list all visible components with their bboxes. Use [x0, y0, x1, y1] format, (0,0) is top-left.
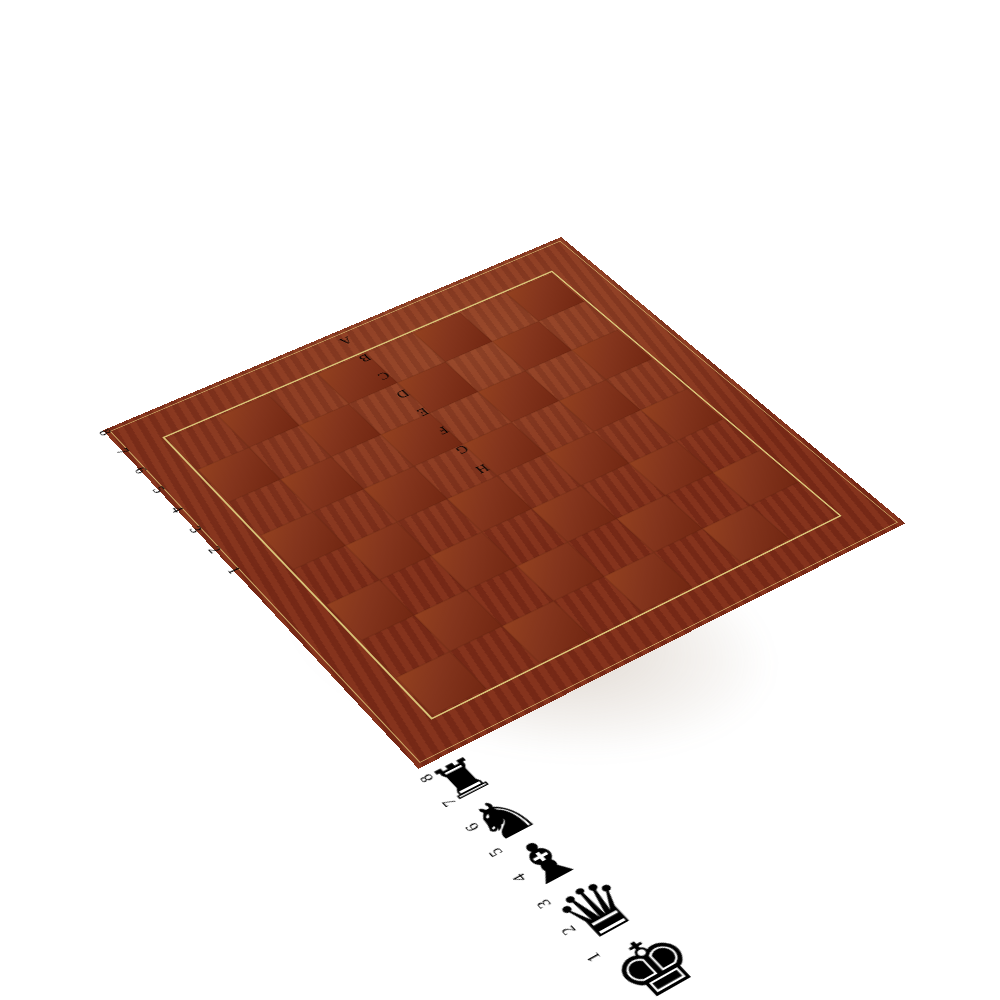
piece-shadow: [865, 919, 1000, 1000]
chess-board-surface: AABBCCDDEEFFGGHH8877665544332211 ♜♞♝♛♚♝♞…: [103, 237, 905, 769]
piece-shadow: [951, 994, 1000, 1000]
piece-shadow: [691, 766, 1000, 1000]
piece-shadow: [823, 882, 1000, 1000]
piece-shadow: [739, 808, 1000, 1000]
chess-box-scene: AABBCCDDEEFFGGHH8877665544332211 ♜♞♝♛♚♝♞…: [209, 188, 785, 764]
chess-box: AABBCCDDEEFFGGHH8877665544332211 ♜♞♝♛♚♝♞…: [103, 237, 905, 769]
piece-shadow: [783, 847, 1000, 1000]
piece-shadow: [907, 956, 1000, 1000]
